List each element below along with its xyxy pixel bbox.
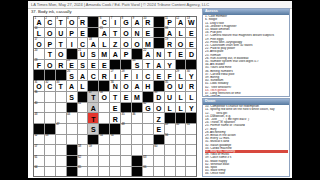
grid-cell[interactable]: C [143, 70, 153, 80]
grid-cell[interactable]: L [186, 92, 196, 102]
grid-cell[interactable] [186, 145, 196, 155]
grid-cell[interactable]: 43 [34, 113, 44, 123]
cell-letter: L [178, 94, 182, 101]
cell-number: 23 [34, 59, 37, 62]
grid-cell[interactable] [56, 167, 66, 177]
cell-letter: L [102, 41, 106, 48]
cell-letter: R [80, 19, 85, 26]
cell-letter: R [189, 83, 194, 90]
grid-cell[interactable] [67, 124, 77, 134]
grid-cell[interactable]: M [143, 38, 153, 48]
grid-cell[interactable]: M [132, 92, 142, 102]
grid-cell[interactable]: E [78, 28, 88, 38]
grid-cell[interactable]: 34N [110, 81, 120, 91]
crossword-app-window: LA Times Mon, May 27, 2024 | Amanda Cook… [28, 1, 292, 178]
grid-cell [67, 156, 77, 166]
grid-cell [34, 124, 44, 134]
grid-cell[interactable]: 39D [154, 92, 164, 102]
cell-letter: L [189, 94, 193, 101]
grid-cell[interactable] [56, 156, 66, 166]
grid-cell[interactable]: T [143, 60, 153, 70]
grid-cell[interactable]: E [176, 49, 186, 59]
grid-cell[interactable]: 18A [88, 38, 98, 48]
grid-cell[interactable] [110, 167, 120, 177]
grid-cell[interactable]: A [132, 81, 142, 91]
cell-letter: I [114, 19, 116, 26]
grid-cell[interactable] [132, 135, 142, 145]
grid-cell[interactable]: 27I [110, 70, 120, 80]
cell-number: 39 [154, 91, 157, 94]
grid-cell[interactable]: O [121, 81, 131, 91]
grid-cell [88, 28, 98, 38]
cell-letter: C [80, 41, 85, 48]
grid-cell[interactable] [121, 156, 131, 166]
grid-cell[interactable] [78, 124, 88, 134]
cell-letter: E [189, 41, 194, 48]
grid-cell[interactable]: 51 [186, 124, 196, 134]
cell-letter: R [58, 62, 63, 69]
cell-number: 61 [34, 156, 37, 159]
grid-cell[interactable]: 29L [176, 70, 186, 80]
grid-cell[interactable]: 55 [110, 135, 120, 145]
grid-cell[interactable]: 5R [78, 17, 88, 27]
grid-cell [78, 92, 88, 102]
grid-cell[interactable]: M [99, 49, 109, 59]
grid-cell[interactable]: 3T [56, 17, 66, 27]
cell-letter: S [91, 126, 96, 133]
cell-letter: P [69, 30, 74, 37]
grid-cell[interactable]: E [186, 38, 196, 48]
cell-number: 51 [187, 123, 190, 126]
grid-cell[interactable]: 2C [45, 17, 55, 27]
grid-cell[interactable]: 52 [34, 135, 44, 145]
grid-cell[interactable]: P [121, 49, 131, 59]
grid-cell[interactable] [88, 167, 98, 177]
cell-number: 27 [111, 70, 114, 73]
cell-letter: T [146, 62, 150, 69]
cell-letter: T [113, 94, 117, 101]
grid-cell[interactable]: 11P [165, 17, 175, 27]
cell-letter: E [124, 94, 129, 101]
grid-cell [121, 60, 131, 70]
grid-cell[interactable]: N [154, 49, 164, 59]
grid-cell[interactable]: 46 [132, 113, 142, 123]
grid-cell[interactable] [165, 156, 175, 166]
grid-cell[interactable] [99, 156, 109, 166]
grid-cell [154, 135, 164, 145]
cell-number: 66 [143, 166, 146, 169]
grid-cell[interactable]: 6C [99, 17, 109, 27]
across-clue-48[interactable]: 48. Tedium [205, 95, 288, 97]
cell-number: 21 [78, 49, 81, 52]
grid-cell[interactable]: 14L [34, 28, 44, 38]
cell-letter: L [80, 83, 84, 90]
grid-cell[interactable] [176, 135, 186, 145]
grid-cell[interactable]: T [165, 49, 175, 59]
cell-letter: A [91, 41, 96, 48]
cell-number: 52 [34, 134, 37, 137]
cell-number: 43 [34, 113, 37, 116]
grid-cell[interactable]: U [56, 28, 66, 38]
cell-number: 5 [78, 17, 79, 20]
cell-number: 46 [132, 113, 135, 116]
grid-cell[interactable]: 47 [56, 124, 66, 134]
cell-letter: C [102, 19, 107, 26]
grid-cell [45, 70, 55, 80]
cell-number: 22 [143, 49, 146, 52]
grid-cell[interactable]: O [154, 103, 164, 113]
grid-cell[interactable]: 54 [99, 135, 109, 145]
grid-cell[interactable]: 44 [67, 113, 77, 123]
grid-cell[interactable]: 45 [121, 113, 131, 123]
grid-cell[interactable]: I [132, 70, 142, 80]
grid-cell[interactable]: L [176, 92, 186, 102]
grid-cell[interactable]: E [186, 28, 196, 38]
cell-letter: S [80, 62, 85, 69]
grid-cell[interactable]: 48 [121, 124, 131, 134]
grid-cell[interactable]: A [110, 49, 120, 59]
cell-number: 64 [34, 166, 37, 169]
grid-cell[interactable]: O [121, 28, 131, 38]
grid-cell[interactable]: 58 [78, 145, 88, 155]
cell-letter: C [91, 73, 96, 80]
grid-cell[interactable]: N [132, 28, 142, 38]
cell-letter: L [167, 105, 171, 112]
grid-cell[interactable]: 49 [165, 124, 175, 134]
grid-cell[interactable]: 33T [56, 81, 66, 91]
grid-cell[interactable]: O [121, 38, 131, 48]
grid-cell[interactable]: 37T [88, 92, 98, 102]
grid-cell[interactable]: 64 [34, 167, 44, 177]
grid-cell[interactable] [186, 156, 196, 166]
cell-letter: O [167, 83, 172, 90]
grid-cell[interactable] [143, 124, 153, 134]
grid-cell[interactable]: 40 [34, 103, 44, 113]
grid-cell[interactable]: 30Y [186, 70, 196, 80]
grid-cell[interactable]: 41 [78, 103, 88, 113]
grid-cell[interactable]: 36 [34, 92, 44, 102]
cell-letter: E [146, 30, 151, 37]
cell-letter: E [156, 73, 161, 80]
cell-letter: E [156, 126, 161, 133]
grid-cell[interactable] [176, 145, 186, 155]
grid-cell[interactable]: 20 [34, 49, 44, 59]
grid-cell[interactable]: 28F [121, 70, 131, 80]
grid-cell[interactable]: 35O [165, 81, 175, 91]
cell-letter: T [48, 51, 52, 58]
grid-cell[interactable]: 4O [67, 17, 77, 27]
cell-letter: N [134, 30, 139, 37]
cell-letter: T [59, 19, 63, 26]
cell-number: 16 [165, 27, 168, 30]
cell-letter: E [102, 62, 107, 69]
cell-letter: A [134, 19, 139, 26]
cell-number: 29 [176, 70, 179, 73]
grid-cell[interactable] [154, 156, 164, 166]
grid-cell[interactable]: S [67, 92, 77, 102]
cell-letter: Y [189, 105, 194, 112]
cell-number: 53 [45, 134, 48, 137]
grid-cell[interactable] [45, 92, 55, 102]
grid-cell[interactable]: S [88, 124, 98, 134]
grid-cell[interactable]: C [88, 70, 98, 80]
grid-cell[interactable]: F [165, 70, 175, 80]
grid-cell[interactable]: 15A [99, 28, 109, 38]
cell-letter: O [69, 19, 74, 26]
grid-cell[interactable]: 59 [88, 145, 98, 155]
cell-letter: I [71, 41, 73, 48]
cell-letter: S [69, 73, 74, 80]
grid-cell[interactable]: O [45, 60, 55, 70]
grid-cell[interactable] [132, 124, 142, 134]
cell-letter: Z [113, 41, 117, 48]
grid-cell[interactable] [88, 156, 98, 166]
grid-cell[interactable]: L [176, 28, 186, 38]
grid-cell[interactable]: 13W [186, 17, 196, 27]
grid-cell[interactable] [143, 145, 153, 155]
grid-cell[interactable] [56, 92, 66, 102]
grid-cell[interactable]: H [143, 81, 153, 91]
cell-letter: P [167, 19, 172, 26]
grid-cell [165, 113, 175, 123]
cell-letter: N [113, 83, 118, 90]
cell-number: 18 [89, 38, 92, 41]
grid-cell[interactable] [45, 167, 55, 177]
grid-cell [132, 49, 142, 59]
grid-cell[interactable]: R [110, 113, 120, 123]
grid-cell[interactable]: 61 [34, 156, 44, 166]
grid-cell[interactable] [99, 113, 109, 123]
grid-cell [110, 60, 120, 70]
grid-cell[interactable]: 31O [34, 81, 44, 91]
cell-number: 56 [165, 134, 168, 137]
grid-cell[interactable] [154, 167, 164, 177]
grid-cell[interactable]: E [143, 28, 153, 38]
cell-letter: U [80, 51, 85, 58]
grid-cell[interactable] [176, 167, 186, 177]
down-clue-49[interactable]: 49. Stage genre [205, 176, 288, 177]
grid-cell[interactable]: E [88, 60, 98, 70]
cell-letter: E [113, 105, 118, 112]
grid-cell[interactable]: T [110, 28, 120, 38]
cell-letter: R [167, 41, 172, 48]
grid-cell[interactable]: A [67, 81, 77, 91]
grid-cell[interactable]: 25S [132, 60, 142, 70]
grid-cell[interactable]: 7I [110, 17, 120, 27]
grid-cell [110, 124, 120, 134]
grid-cell[interactable]: E [99, 60, 109, 70]
grid-cell[interactable] [56, 103, 66, 113]
grid-cell[interactable]: 50 [176, 124, 186, 134]
grid-cell[interactable] [56, 145, 66, 155]
cell-number: 59 [89, 145, 92, 148]
grid-cell[interactable]: I [67, 38, 77, 48]
grid-cell[interactable] [99, 167, 109, 177]
grid-cell[interactable]: A [78, 70, 88, 80]
grid-cell[interactable]: 23F [34, 60, 44, 70]
grid-cell[interactable]: 62 [78, 156, 88, 166]
grid-cell[interactable] [56, 113, 66, 123]
grid-cell[interactable]: 10R [143, 17, 153, 27]
grid-cell[interactable]: C [78, 38, 88, 48]
grid-cell[interactable]: P [67, 28, 77, 38]
grid-cell[interactable]: D [186, 49, 196, 59]
grid-cell[interactable] [121, 135, 131, 145]
grid-cell[interactable]: T [45, 49, 55, 59]
grid-cell[interactable]: 42G [143, 103, 153, 113]
grid-cell[interactable] [45, 103, 55, 113]
cell-letter: S [135, 62, 140, 69]
cell-number: 2 [45, 17, 46, 20]
grid-cell[interactable] [143, 113, 153, 123]
grid-cell [45, 124, 55, 134]
grid-cell[interactable]: 38O [99, 92, 109, 102]
grid-cell[interactable]: R [186, 81, 196, 91]
grid-cell[interactable]: E [110, 103, 120, 113]
grid-cell [88, 17, 98, 27]
cell-letter: F [37, 62, 41, 69]
grid-cell[interactable] [121, 145, 131, 155]
grid-cell[interactable]: Z [154, 113, 164, 123]
grid-cell[interactable]: E [154, 70, 164, 80]
grid-cell[interactable]: 17O [34, 38, 44, 48]
grid-cell [67, 145, 77, 155]
grid-cell[interactable]: L [165, 103, 175, 113]
cell-letter: U [58, 30, 63, 37]
grid-cell[interactable]: L [99, 38, 109, 48]
grid-cell[interactable] [176, 156, 186, 166]
grid-cell[interactable] [121, 167, 131, 177]
grid-cell[interactable]: 57 [34, 145, 44, 155]
cell-letter: U [167, 94, 172, 101]
grid-cell[interactable]: E [154, 124, 164, 134]
cell-number: 12 [176, 17, 179, 20]
grid-cell[interactable] [45, 145, 55, 155]
cell-letter: O [156, 105, 161, 112]
grid-cell[interactable]: 21U [78, 49, 88, 59]
grid-cell[interactable]: 9A [132, 17, 142, 27]
grid-cell[interactable] [186, 135, 196, 145]
current-clue-bar: 37. Body ink, casually [28, 9, 201, 15]
grid-cell[interactable]: 56 [165, 135, 175, 145]
cell-letter: U [178, 83, 183, 90]
cell-number: 32 [45, 81, 48, 84]
cell-number: 24 [67, 59, 70, 62]
grid-cell[interactable] [110, 145, 120, 155]
grid-cell[interactable]: Y [186, 103, 196, 113]
cell-number: 9 [132, 17, 133, 20]
grid-cell[interactable] [78, 135, 88, 145]
grid-cell[interactable] [110, 156, 120, 166]
grid-cell[interactable]: T [56, 38, 66, 48]
grid-cell[interactable] [45, 156, 55, 166]
grid-cell[interactable]: 1A [34, 17, 44, 27]
cell-letter: O [47, 62, 52, 69]
grid-cell[interactable]: L [176, 103, 186, 113]
cell-letter: S [91, 51, 96, 58]
cell-letter: T [91, 94, 95, 101]
cell-letter: M [101, 51, 107, 58]
grid-cell[interactable]: 63 [143, 156, 153, 166]
grid-cell [154, 81, 164, 91]
cell-letter: A [156, 62, 161, 69]
cell-letter: O [178, 41, 183, 48]
grid-cell[interactable] [165, 145, 175, 155]
grid-cell[interactable]: 22A [143, 49, 153, 59]
across-clues-panel: Across 1. Cast member6. Stogie11. Dog's … [202, 8, 290, 97]
grid-cell[interactable] [99, 103, 109, 113]
cell-number: 13 [187, 17, 190, 20]
grid-cell[interactable]: S [78, 60, 88, 70]
grid-cell[interactable]: 60 [154, 145, 164, 155]
grid-cell[interactable]: 12A [176, 17, 186, 27]
cell-letter: T [59, 83, 63, 90]
cell-number: 63 [143, 156, 146, 159]
grid-cell[interactable]: E [121, 92, 131, 102]
grid-cell[interactable]: Z [110, 38, 120, 48]
cell-letter: Z [157, 116, 161, 123]
grid-cell[interactable]: 8G [121, 17, 131, 27]
grid-cell[interactable]: A [154, 60, 164, 70]
grid-cell[interactable]: 53 [45, 135, 55, 145]
grid-cell[interactable]: A [88, 103, 98, 113]
grid-cell[interactable] [67, 135, 77, 145]
grid-cell[interactable]: O [132, 38, 142, 48]
grid-cell[interactable]: T [88, 113, 98, 123]
cell-letter: A [36, 19, 41, 26]
grid-cell[interactable]: 16A [165, 28, 175, 38]
grid-cell[interactable]: Y [165, 60, 175, 70]
grid-cell[interactable]: P [45, 38, 55, 48]
cell-number: 38 [100, 91, 103, 94]
grid-cell[interactable]: 19R [165, 38, 175, 48]
grid-cell[interactable]: O [176, 38, 186, 48]
grid-cell[interactable]: O [45, 28, 55, 38]
grid-cell[interactable]: 24E [67, 60, 77, 70]
grid-cell[interactable] [45, 113, 55, 123]
cell-number: 4 [67, 17, 68, 20]
grid-cell[interactable]: R [56, 60, 66, 70]
cell-number: 42 [143, 102, 146, 105]
grid-cell[interactable] [56, 135, 66, 145]
grid-cell[interactable]: R [99, 70, 109, 80]
cell-letter: A [80, 73, 85, 80]
grid-cell[interactable]: U [176, 81, 186, 91]
cell-number: 45 [122, 113, 125, 116]
cell-letter: L [37, 30, 41, 37]
grid-cell[interactable]: L [78, 81, 88, 91]
grid-cell [56, 70, 66, 80]
grid-cell [154, 17, 164, 27]
grid-cell[interactable] [165, 167, 175, 177]
cell-number: 57 [34, 145, 37, 148]
grid-cell[interactable] [186, 167, 196, 177]
grid-cell[interactable]: 65 [78, 167, 88, 177]
grid-cell[interactable]: 26S [67, 70, 77, 80]
grid-cell[interactable]: 66 [143, 167, 153, 177]
grid-cell[interactable]: U [165, 92, 175, 102]
grid-cell[interactable] [143, 135, 153, 145]
cell-number: 11 [165, 17, 168, 20]
grid-cell[interactable] [99, 145, 109, 155]
grid-cell[interactable] [132, 145, 142, 155]
grid-cell[interactable]: O [56, 49, 66, 59]
cell-letter: G [145, 105, 150, 112]
grid-cell[interactable]: 32C [45, 81, 55, 91]
grid-cell[interactable]: T [110, 92, 120, 102]
grid-cell[interactable] [78, 113, 88, 123]
grid-cell[interactable]: S [88, 49, 98, 59]
